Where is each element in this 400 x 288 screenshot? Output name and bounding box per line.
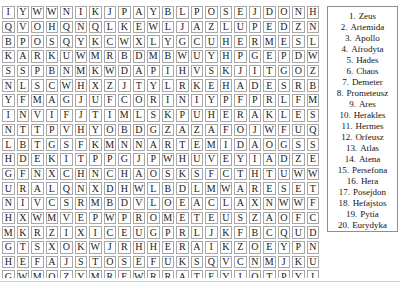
grid-cell-r5c21[interactable]: O <box>292 65 305 78</box>
grid-cell-r1c6[interactable]: I <box>75 6 88 19</box>
grid-cell-r4c9[interactable]: B <box>118 50 131 63</box>
grid-cell-r12c17[interactable]: T <box>234 168 247 181</box>
grid-cell-r9c13[interactable]: A <box>176 124 189 137</box>
grid-cell-r16c22[interactable]: D <box>307 226 320 239</box>
grid-cell-r19c18[interactable]: O <box>249 270 262 278</box>
grid-cell-r10c6[interactable]: F <box>75 138 88 151</box>
grid-cell-r13c3[interactable]: A <box>31 182 44 195</box>
grid-cell-r13c16[interactable]: W <box>220 182 233 195</box>
grid-cell-r3c12[interactable]: Y <box>162 35 175 48</box>
grid-cell-r11c21[interactable]: Z <box>292 153 305 166</box>
grid-cell-r19c6[interactable]: Y <box>75 270 88 278</box>
grid-cell-r17c1[interactable]: G <box>2 241 15 254</box>
grid-cell-r4c19[interactable]: E <box>263 50 276 63</box>
grid-cell-r6c2[interactable]: L <box>17 79 30 92</box>
grid-cell-r4c12[interactable]: B <box>162 50 175 63</box>
grid-cell-r5c16[interactable]: K <box>220 65 233 78</box>
grid-cell-r6c4[interactable]: C <box>46 79 59 92</box>
grid-cell-r5c8[interactable]: W <box>104 65 117 78</box>
grid-cell-r3c8[interactable]: C <box>104 35 117 48</box>
grid-cell-r15c20[interactable]: O <box>278 212 291 225</box>
grid-cell-r14c21[interactable]: W <box>292 197 305 210</box>
grid-cell-r3c19[interactable]: M <box>263 35 276 48</box>
grid-cell-r15c8[interactable]: W <box>104 212 117 225</box>
grid-cell-r2c21[interactable]: Z <box>292 21 305 34</box>
grid-cell-r17c5[interactable]: O <box>60 241 73 254</box>
grid-cell-r10c20[interactable]: G <box>278 138 291 151</box>
grid-cell-r8c10[interactable]: L <box>133 109 146 122</box>
grid-cell-r19c7[interactable]: M <box>89 270 102 278</box>
grid-cell-r11c3[interactable]: E <box>31 153 44 166</box>
grid-cell-r17c8[interactable]: J <box>104 241 117 254</box>
grid-cell-r1c14[interactable]: P <box>191 6 204 19</box>
grid-cell-r7c12[interactable]: I <box>162 94 175 107</box>
grid-cell-r13c13[interactable]: D <box>176 182 189 195</box>
grid-cell-r11c1[interactable]: H <box>2 153 15 166</box>
grid-cell-r1c11[interactable]: Y <box>147 6 160 19</box>
grid-cell-r17c16[interactable]: K <box>220 241 233 254</box>
grid-cell-r12c9[interactable]: H <box>118 168 131 181</box>
grid-cell-r18c10[interactable]: E <box>133 256 146 269</box>
grid-cell-r19c1[interactable]: G <box>2 270 15 278</box>
grid-cell-r14c11[interactable]: L <box>147 197 160 210</box>
grid-cell-r6c21[interactable]: R <box>292 79 305 92</box>
grid-cell-r18c1[interactable]: H <box>2 256 15 269</box>
grid-cell-r8c17[interactable]: R <box>234 109 247 122</box>
grid-cell-r7c3[interactable]: M <box>31 94 44 107</box>
grid-cell-r7c22[interactable]: M <box>307 94 320 107</box>
grid-cell-r3c15[interactable]: U <box>205 35 218 48</box>
grid-cell-r3c3[interactable]: O <box>31 35 44 48</box>
grid-cell-r13c4[interactable]: L <box>46 182 59 195</box>
grid-cell-r13c5[interactable]: Q <box>60 182 73 195</box>
grid-cell-r3c5[interactable]: Q <box>60 35 73 48</box>
grid-cell-r4c22[interactable]: W <box>307 50 320 63</box>
grid-cell-r4c17[interactable]: P <box>234 50 247 63</box>
grid-cell-r5c12[interactable]: I <box>162 65 175 78</box>
grid-cell-r16c17[interactable]: F <box>234 226 247 239</box>
grid-cell-r8c2[interactable]: N <box>17 109 30 122</box>
grid-cell-r13c17[interactable]: A <box>234 182 247 195</box>
grid-cell-r16c4[interactable]: Z <box>46 226 59 239</box>
grid-cell-r5c17[interactable]: J <box>234 65 247 78</box>
grid-cell-r1c15[interactable]: O <box>205 6 218 19</box>
grid-cell-r4c15[interactable]: Y <box>205 50 218 63</box>
grid-cell-r11c2[interactable]: D <box>17 153 30 166</box>
grid-cell-r11c4[interactable]: K <box>46 153 59 166</box>
grid-cell-r8c4[interactable]: I <box>46 109 59 122</box>
grid-cell-r2c13[interactable]: J <box>176 21 189 34</box>
grid-cell-r10c15[interactable]: M <box>205 138 218 151</box>
grid-cell-r2c8[interactable]: L <box>104 21 117 34</box>
grid-cell-r1c21[interactable]: N <box>292 6 305 19</box>
grid-cell-r7c10[interactable]: O <box>133 94 146 107</box>
grid-cell-r2c2[interactable]: V <box>17 21 30 34</box>
grid-cell-r16c9[interactable]: E <box>118 226 131 239</box>
grid-cell-r12c14[interactable]: S <box>191 168 204 181</box>
grid-cell-r2c18[interactable]: P <box>249 21 262 34</box>
grid-cell-r5c2[interactable]: S <box>17 65 30 78</box>
grid-cell-r14c16[interactable]: L <box>220 197 233 210</box>
grid-cell-r2c14[interactable]: A <box>191 21 204 34</box>
grid-cell-r16c11[interactable]: G <box>147 226 160 239</box>
grid-cell-r2c10[interactable]: E <box>133 21 146 34</box>
grid-cell-r5c10[interactable]: A <box>133 65 146 78</box>
grid-cell-r3c1[interactable]: B <box>2 35 15 48</box>
grid-cell-r1c22[interactable]: H <box>307 6 320 19</box>
grid-cell-r17c3[interactable]: S <box>31 241 44 254</box>
grid-cell-r18c16[interactable]: V <box>220 256 233 269</box>
grid-cell-r12c13[interactable]: K <box>176 168 189 181</box>
grid-cell-r18c18[interactable]: N <box>249 256 262 269</box>
grid-cell-r7c8[interactable]: F <box>104 94 117 107</box>
grid-cell-r11c18[interactable]: I <box>249 153 262 166</box>
grid-cell-r2c19[interactable]: E <box>263 21 276 34</box>
grid-cell-r14c14[interactable]: A <box>191 197 204 210</box>
grid-cell-r3c2[interactable]: P <box>17 35 30 48</box>
grid-cell-r8c6[interactable]: J <box>75 109 88 122</box>
grid-cell-r14c6[interactable]: R <box>75 197 88 210</box>
grid-cell-r9c21[interactable]: U <box>292 124 305 137</box>
grid-cell-r7c5[interactable]: G <box>60 94 73 107</box>
grid-cell-r9c22[interactable]: Q <box>307 124 320 137</box>
grid-cell-r19c11[interactable]: R <box>147 270 160 278</box>
grid-cell-r6c1[interactable]: N <box>2 79 15 92</box>
grid-cell-r2c3[interactable]: O <box>31 21 44 34</box>
grid-cell-r8c19[interactable]: K <box>263 109 276 122</box>
grid-cell-r11c22[interactable]: E <box>307 153 320 166</box>
grid-cell-r6c19[interactable]: E <box>263 79 276 92</box>
grid-cell-r10c10[interactable]: N <box>133 138 146 151</box>
grid-cell-r7c20[interactable]: L <box>278 94 291 107</box>
grid-cell-r4c4[interactable]: K <box>46 50 59 63</box>
grid-cell-r15c15[interactable]: E <box>205 212 218 225</box>
grid-cell-r3c14[interactable]: C <box>191 35 204 48</box>
grid-cell-r3c17[interactable]: E <box>234 35 247 48</box>
grid-cell-r17c17[interactable]: Z <box>234 241 247 254</box>
grid-cell-r12c20[interactable]: U <box>278 168 291 181</box>
grid-cell-r17c19[interactable]: E <box>263 241 276 254</box>
grid-cell-r10c14[interactable]: E <box>191 138 204 151</box>
grid-cell-r13c11[interactable]: L <box>147 182 160 195</box>
grid-cell-r1c10[interactable]: A <box>133 6 146 19</box>
grid-cell-r8c14[interactable]: U <box>191 109 204 122</box>
grid-cell-r14c1[interactable]: N <box>2 197 15 210</box>
grid-cell-r11c14[interactable]: U <box>191 153 204 166</box>
grid-cell-r14c4[interactable]: C <box>46 197 59 210</box>
grid-cell-r2c11[interactable]: W <box>147 21 160 34</box>
grid-cell-r4c16[interactable]: H <box>220 50 233 63</box>
grid-cell-r19c14[interactable]: T <box>191 270 204 278</box>
grid-cell-r16c20[interactable]: Q <box>278 226 291 239</box>
grid-cell-r19c22[interactable]: I <box>307 270 320 278</box>
grid-cell-r15c14[interactable]: T <box>191 212 204 225</box>
grid-cell-r12c4[interactable]: X <box>46 168 59 181</box>
grid-cell-r7c9[interactable]: C <box>118 94 131 107</box>
grid-cell-r6c5[interactable]: W <box>60 79 73 92</box>
grid-cell-r9c9[interactable]: B <box>118 124 131 137</box>
grid-cell-r5c4[interactable]: B <box>46 65 59 78</box>
grid-cell-r15c19[interactable]: A <box>263 212 276 225</box>
grid-cell-r10c22[interactable]: S <box>307 138 320 151</box>
grid-cell-r16c2[interactable]: K <box>17 226 30 239</box>
grid-cell-r15c7[interactable]: P <box>89 212 102 225</box>
grid-cell-r6c13[interactable]: R <box>176 79 189 92</box>
grid-cell-r13c18[interactable]: R <box>249 182 262 195</box>
grid-cell-r10c18[interactable]: A <box>249 138 262 151</box>
grid-cell-r19c19[interactable]: T <box>263 270 276 278</box>
grid-cell-r14c13[interactable]: E <box>176 197 189 210</box>
grid-cell-r1c18[interactable]: J <box>249 6 262 19</box>
grid-cell-r5c9[interactable]: D <box>118 65 131 78</box>
grid-cell-r9c20[interactable]: F <box>278 124 291 137</box>
grid-cell-r9c19[interactable]: W <box>263 124 276 137</box>
grid-cell-r17c10[interactable]: H <box>133 241 146 254</box>
grid-cell-r11c12[interactable]: W <box>162 153 175 166</box>
grid-cell-r18c4[interactable]: A <box>46 256 59 269</box>
grid-cell-r16c15[interactable]: J <box>205 226 218 239</box>
grid-cell-r6c10[interactable]: T <box>133 79 146 92</box>
grid-cell-r6c14[interactable]: K <box>191 79 204 92</box>
grid-cell-r15c9[interactable]: P <box>118 212 131 225</box>
grid-cell-r11c16[interactable]: E <box>220 153 233 166</box>
grid-cell-r8c21[interactable]: E <box>292 109 305 122</box>
grid-cell-r6c3[interactable]: S <box>31 79 44 92</box>
grid-cell-r9c16[interactable]: F <box>220 124 233 137</box>
grid-cell-r10c4[interactable]: G <box>46 138 59 151</box>
grid-cell-r19c12[interactable]: R <box>162 270 175 278</box>
grid-cell-r9c12[interactable]: Z <box>162 124 175 137</box>
grid-cell-r8c5[interactable]: F <box>60 109 73 122</box>
grid-cell-r10c12[interactable]: R <box>162 138 175 151</box>
grid-cell-r4c10[interactable]: D <box>133 50 146 63</box>
grid-cell-r3c16[interactable]: H <box>220 35 233 48</box>
grid-cell-r14c7[interactable]: M <box>89 197 102 210</box>
grid-cell-r10c2[interactable]: B <box>17 138 30 151</box>
grid-cell-r8c1[interactable]: I <box>2 109 15 122</box>
grid-cell-r18c20[interactable]: J <box>278 256 291 269</box>
grid-cell-r3c10[interactable]: X <box>133 35 146 48</box>
grid-cell-r12c12[interactable]: S <box>162 168 175 181</box>
grid-cell-r17c2[interactable]: T <box>17 241 30 254</box>
grid-cell-r14c9[interactable]: D <box>118 197 131 210</box>
grid-cell-r1c2[interactable]: Y <box>17 6 30 19</box>
grid-cell-r16c13[interactable]: R <box>176 226 189 239</box>
grid-cell-r2c5[interactable]: Q <box>60 21 73 34</box>
grid-cell-r16c5[interactable]: I <box>60 226 73 239</box>
grid-cell-r8c7[interactable]: T <box>89 109 102 122</box>
grid-cell-r3c9[interactable]: W <box>118 35 131 48</box>
grid-cell-r12c11[interactable]: O <box>147 168 160 181</box>
grid-cell-r9c14[interactable]: Z <box>191 124 204 137</box>
grid-cell-r7c19[interactable]: R <box>263 94 276 107</box>
grid-cell-r4c5[interactable]: U <box>60 50 73 63</box>
grid-cell-r6c20[interactable]: S <box>278 79 291 92</box>
grid-cell-r13c9[interactable]: H <box>118 182 131 195</box>
grid-cell-r16c16[interactable]: K <box>220 226 233 239</box>
grid-cell-r18c14[interactable]: S <box>191 256 204 269</box>
grid-cell-r14c17[interactable]: A <box>234 197 247 210</box>
grid-cell-r14c12[interactable]: O <box>162 197 175 210</box>
grid-cell-r1c16[interactable]: S <box>220 6 233 19</box>
grid-cell-r1c20[interactable]: O <box>278 6 291 19</box>
grid-cell-r15c10[interactable]: R <box>133 212 146 225</box>
grid-cell-r7c15[interactable]: Y <box>205 94 218 107</box>
grid-cell-r6c11[interactable]: Y <box>147 79 160 92</box>
grid-cell-r1c8[interactable]: J <box>104 6 117 19</box>
grid-cell-r12c3[interactable]: N <box>31 168 44 181</box>
grid-cell-r7c11[interactable]: R <box>147 94 160 107</box>
grid-cell-r10c21[interactable]: S <box>292 138 305 151</box>
grid-cell-r17c22[interactable]: N <box>307 241 320 254</box>
grid-cell-r18c11[interactable]: F <box>147 256 160 269</box>
grid-cell-r16c6[interactable]: X <box>75 226 88 239</box>
grid-cell-r12c21[interactable]: W <box>292 168 305 181</box>
grid-cell-r11c5[interactable]: I <box>60 153 73 166</box>
grid-cell-r19c17[interactable]: I <box>234 270 247 278</box>
grid-cell-r6c8[interactable]: Z <box>104 79 117 92</box>
grid-cell-r6c22[interactable]: B <box>307 79 320 92</box>
grid-cell-r15c1[interactable]: H <box>2 212 15 225</box>
grid-cell-r11c11[interactable]: P <box>147 153 160 166</box>
grid-cell-r19c5[interactable]: Z <box>60 270 73 278</box>
grid-cell-r11c15[interactable]: V <box>205 153 218 166</box>
grid-cell-r1c13[interactable]: L <box>176 6 189 19</box>
grid-cell-r16c10[interactable]: U <box>133 226 146 239</box>
grid-cell-r13c20[interactable]: S <box>278 182 291 195</box>
grid-cell-r8c22[interactable]: S <box>307 109 320 122</box>
grid-cell-r19c9[interactable]: E <box>118 270 131 278</box>
grid-cell-r5c5[interactable]: N <box>60 65 73 78</box>
grid-cell-r17c20[interactable]: Y <box>278 241 291 254</box>
grid-cell-r19c4[interactable]: O <box>46 270 59 278</box>
grid-cell-r10c19[interactable]: O <box>263 138 276 151</box>
grid-cell-r15c17[interactable]: S <box>234 212 247 225</box>
grid-cell-r14c5[interactable]: S <box>60 197 73 210</box>
grid-cell-r17c11[interactable]: H <box>147 241 160 254</box>
grid-cell-r15c13[interactable]: E <box>176 212 189 225</box>
grid-cell-r11c20[interactable]: D <box>278 153 291 166</box>
grid-cell-r18c5[interactable]: J <box>60 256 73 269</box>
grid-cell-r19c2[interactable]: W <box>17 270 30 278</box>
grid-cell-r1c1[interactable]: I <box>2 6 15 19</box>
grid-cell-r12c22[interactable]: W <box>307 168 320 181</box>
grid-cell-r6c17[interactable]: A <box>234 79 247 92</box>
grid-cell-r14c8[interactable]: B <box>104 197 117 210</box>
grid-cell-r18c13[interactable]: K <box>176 256 189 269</box>
grid-cell-r2c4[interactable]: H <box>46 21 59 34</box>
grid-cell-r5c7[interactable]: K <box>89 65 102 78</box>
grid-cell-r12c1[interactable]: G <box>2 168 15 181</box>
grid-cell-r17c13[interactable]: R <box>176 241 189 254</box>
grid-cell-r14c18[interactable]: X <box>249 197 262 210</box>
grid-cell-r15c2[interactable]: X <box>17 212 30 225</box>
grid-cell-r16c7[interactable]: I <box>89 226 102 239</box>
grid-cell-r16c1[interactable]: M <box>2 226 15 239</box>
grid-cell-r13c15[interactable]: M <box>205 182 218 195</box>
grid-cell-r16c19[interactable]: C <box>263 226 276 239</box>
grid-cell-r13c10[interactable]: W <box>133 182 146 195</box>
grid-cell-r9c3[interactable]: T <box>31 124 44 137</box>
grid-cell-r3c11[interactable]: L <box>147 35 160 48</box>
grid-cell-r10c5[interactable]: S <box>60 138 73 151</box>
grid-cell-r8c11[interactable]: S <box>147 109 160 122</box>
grid-cell-r19c15[interactable]: E <box>205 270 218 278</box>
grid-cell-r10c8[interactable]: M <box>104 138 117 151</box>
grid-cell-r8c9[interactable]: M <box>118 109 131 122</box>
grid-cell-r13c6[interactable]: N <box>75 182 88 195</box>
grid-cell-r15c6[interactable]: E <box>75 212 88 225</box>
grid-cell-r4c20[interactable]: P <box>278 50 291 63</box>
grid-cell-r2c15[interactable]: Z <box>205 21 218 34</box>
grid-cell-r19c16[interactable]: Y <box>220 270 233 278</box>
grid-cell-r19c8[interactable]: R <box>104 270 117 278</box>
grid-cell-r13c12[interactable]: B <box>162 182 175 195</box>
grid-cell-r18c6[interactable]: S <box>75 256 88 269</box>
grid-cell-r2c9[interactable]: K <box>118 21 131 34</box>
grid-cell-r18c8[interactable]: O <box>104 256 117 269</box>
grid-cell-r7c4[interactable]: A <box>46 94 59 107</box>
grid-cell-r9c18[interactable]: J <box>249 124 262 137</box>
grid-cell-r19c3[interactable]: M <box>31 270 44 278</box>
grid-cell-r8c16[interactable]: E <box>220 109 233 122</box>
grid-cell-r8c15[interactable]: H <box>205 109 218 122</box>
grid-cell-r1c9[interactable]: P <box>118 6 131 19</box>
grid-cell-r17c12[interactable]: E <box>162 241 175 254</box>
grid-cell-r15c16[interactable]: U <box>220 212 233 225</box>
grid-cell-r10c9[interactable]: N <box>118 138 131 151</box>
grid-cell-r15c5[interactable]: V <box>60 212 73 225</box>
grid-cell-r16c21[interactable]: U <box>292 226 305 239</box>
grid-cell-r1c7[interactable]: K <box>89 6 102 19</box>
grid-cell-r17c15[interactable]: I <box>205 241 218 254</box>
grid-cell-r13c14[interactable]: L <box>191 182 204 195</box>
grid-cell-r6c9[interactable]: J <box>118 79 131 92</box>
grid-cell-r11c10[interactable]: J <box>133 153 146 166</box>
grid-cell-r4c13[interactable]: W <box>176 50 189 63</box>
grid-cell-r14c20[interactable]: W <box>278 197 291 210</box>
grid-cell-r18c21[interactable]: K <box>292 256 305 269</box>
grid-cell-r6c6[interactable]: H <box>75 79 88 92</box>
grid-cell-r3c7[interactable]: K <box>89 35 102 48</box>
grid-cell-r14c22[interactable]: F <box>307 197 320 210</box>
grid-cell-r16c3[interactable]: R <box>31 226 44 239</box>
grid-cell-r19c13[interactable]: A <box>176 270 189 278</box>
grid-cell-r8c20[interactable]: L <box>278 109 291 122</box>
grid-cell-r9c2[interactable]: T <box>17 124 30 137</box>
grid-cell-r9c1[interactable]: N <box>2 124 15 137</box>
grid-cell-r4c21[interactable]: D <box>292 50 305 63</box>
grid-cell-r8c8[interactable]: I <box>104 109 117 122</box>
grid-cell-r19c21[interactable]: Y <box>292 270 305 278</box>
grid-cell-r12c19[interactable]: T <box>263 168 276 181</box>
grid-cell-r4c8[interactable]: R <box>104 50 117 63</box>
grid-cell-r13c7[interactable]: X <box>89 182 102 195</box>
grid-cell-r18c12[interactable]: U <box>162 256 175 269</box>
grid-cell-r13c21[interactable]: E <box>292 182 305 195</box>
grid-cell-r4c2[interactable]: A <box>17 50 30 63</box>
grid-cell-r5c6[interactable]: M <box>75 65 88 78</box>
grid-cell-r9c10[interactable]: D <box>133 124 146 137</box>
grid-cell-r8c3[interactable]: V <box>31 109 44 122</box>
grid-cell-r11c6[interactable]: T <box>75 153 88 166</box>
grid-cell-r7c16[interactable]: P <box>220 94 233 107</box>
grid-cell-r12c18[interactable]: H <box>249 168 262 181</box>
grid-cell-r6c18[interactable]: D <box>249 79 262 92</box>
grid-cell-r16c18[interactable]: B <box>249 226 262 239</box>
grid-cell-r3c21[interactable]: S <box>292 35 305 48</box>
grid-cell-r8c18[interactable]: A <box>249 109 262 122</box>
